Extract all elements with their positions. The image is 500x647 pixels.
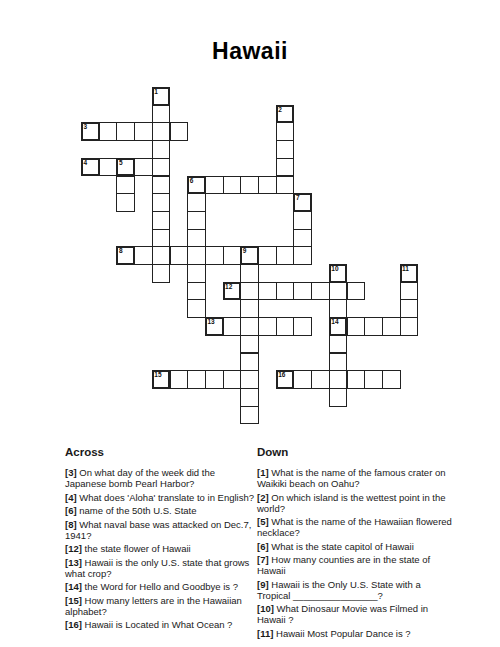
cell-r13c16[interactable]: [364, 317, 383, 336]
cell-r2c4[interactable]: [152, 122, 171, 141]
cell-r16c15[interactable]: [347, 370, 366, 389]
cell-r14c9[interactable]: [240, 335, 259, 354]
cell-r10c14[interactable]: 10: [329, 264, 348, 283]
clue-number: [16]: [65, 619, 82, 630]
cell-r9c12[interactable]: [293, 246, 312, 265]
cell-r15c14[interactable]: [329, 353, 348, 372]
cell-r7c4[interactable]: [152, 211, 171, 230]
cell-r13c10[interactable]: [258, 317, 277, 336]
puzzle-title: Hawaii: [0, 38, 500, 65]
cell-r17c14[interactable]: [329, 388, 348, 407]
cell-r12c9[interactable]: [240, 299, 259, 318]
cell-r16c6[interactable]: [187, 370, 206, 389]
clue-number: [1]: [257, 467, 269, 478]
clue-across-8: [8] What naval base was attacked on Dec.…: [65, 519, 255, 541]
cell-number-2: 2: [278, 106, 282, 114]
cell-r9c4[interactable]: [152, 246, 171, 265]
cell-r12c18[interactable]: [400, 299, 419, 318]
clue-across-15: [15] How many letters are in the Hawaiia…: [65, 595, 255, 617]
down-clue-list: [1] What is the name of the famous crate…: [257, 467, 453, 639]
cell-r2c3[interactable]: [134, 122, 153, 141]
cell-r3c11[interactable]: [276, 140, 295, 159]
cell-r11c15[interactable]: [347, 282, 366, 301]
cell-r9c2[interactable]: 8: [116, 246, 135, 265]
crossword-grid: 12345678910111213141516: [81, 87, 419, 425]
cell-number-16: 16: [278, 371, 285, 379]
clue-number: [9]: [257, 579, 269, 590]
cell-r18c9[interactable]: [240, 406, 259, 425]
cell-number-5: 5: [119, 159, 123, 167]
cell-r5c2[interactable]: [116, 176, 135, 195]
cell-r2c2[interactable]: [116, 122, 135, 141]
cell-r13c7[interactable]: 13: [205, 317, 224, 336]
cell-r16c11[interactable]: 16: [276, 370, 295, 389]
cell-r13c11[interactable]: [276, 317, 295, 336]
cell-number-13: 13: [207, 318, 214, 326]
clue-across-3: [3] On what day of the week did the Japa…: [65, 467, 255, 489]
cell-number-7: 7: [296, 194, 300, 202]
cell-r13c12[interactable]: [293, 317, 312, 336]
cell-r1c11[interactable]: 2: [276, 105, 295, 124]
across-clue-list: [3] On what day of the week did the Japa…: [65, 467, 255, 630]
clue-number: [14]: [65, 581, 82, 592]
clue-number: [5]: [257, 516, 269, 527]
cell-r16c16[interactable]: [364, 370, 383, 389]
down-header: Down: [257, 446, 453, 458]
cell-r1c4[interactable]: [152, 105, 171, 124]
clue-across-13: [13] Hawaii is the only U.S. state that …: [65, 557, 255, 579]
cell-r3c4[interactable]: [152, 140, 171, 159]
cell-r5c8[interactable]: [223, 176, 242, 195]
cell-r10c6[interactable]: [187, 264, 206, 283]
cell-r11c9[interactable]: [240, 282, 259, 301]
cell-r10c9[interactable]: [240, 264, 259, 283]
cell-r16c8[interactable]: [223, 370, 242, 389]
cell-r9c7[interactable]: [205, 246, 224, 265]
clue-number: [4]: [65, 492, 77, 503]
cell-r2c5[interactable]: [170, 122, 189, 141]
clue-number: [13]: [65, 557, 82, 568]
cell-r13c18[interactable]: [400, 317, 419, 336]
cell-r2c1[interactable]: [99, 122, 118, 141]
down-clue-column: Down [1] What is the name of the famous …: [257, 446, 453, 641]
cell-r9c11[interactable]: [276, 246, 295, 265]
cell-r2c0[interactable]: 3: [81, 122, 100, 141]
clue-down-6: [6] What is the state capitol of Hawaii: [257, 541, 453, 552]
clue-number: [8]: [65, 519, 77, 530]
cell-r7c12[interactable]: [293, 211, 312, 230]
cell-r16c12[interactable]: [293, 370, 312, 389]
cell-r11c14[interactable]: [329, 282, 348, 301]
cell-r13c17[interactable]: [382, 317, 401, 336]
cell-number-3: 3: [84, 123, 88, 131]
cell-number-6: 6: [190, 177, 194, 185]
clue-down-10: [10] What Dinosaur Movie was Filmed in H…: [257, 603, 453, 625]
cell-r4c4[interactable]: [152, 158, 171, 177]
cell-r15c9[interactable]: [240, 353, 259, 372]
cell-r9c5[interactable]: [170, 246, 189, 265]
cell-r9c8[interactable]: [223, 246, 242, 265]
clue-number: [7]: [257, 554, 269, 565]
cell-r16c13[interactable]: [311, 370, 330, 389]
cell-r11c13[interactable]: [311, 282, 330, 301]
cell-number-12: 12: [225, 283, 232, 291]
cell-r12c6[interactable]: [187, 299, 206, 318]
across-header: Across: [65, 446, 255, 458]
clue-down-7: [7] How many counties are in the state o…: [257, 554, 453, 576]
cell-r5c4[interactable]: [152, 176, 171, 195]
clue-across-12: [12] the state flower of Hawaii: [65, 543, 255, 554]
cell-number-14: 14: [331, 318, 338, 326]
cell-r13c8[interactable]: [223, 317, 242, 336]
cell-r5c10[interactable]: [258, 176, 277, 195]
cell-r17c9[interactable]: [240, 388, 259, 407]
cell-r9c6[interactable]: [187, 246, 206, 265]
cell-r16c7[interactable]: [205, 370, 224, 389]
cell-r8c12[interactable]: [293, 229, 312, 248]
clue-number: [6]: [65, 505, 77, 516]
cell-r8c4[interactable]: [152, 229, 171, 248]
cell-r5c6[interactable]: 6: [187, 176, 206, 195]
cell-r0c4[interactable]: 1: [152, 87, 171, 106]
clue-down-2: [2] On which island is the wettest point…: [257, 492, 453, 514]
clue-across-14: [14] the Word for Hello and Goodbye is ?: [65, 581, 255, 592]
cell-number-1: 1: [154, 88, 158, 96]
cell-r13c14[interactable]: 14: [329, 317, 348, 336]
clue-number: [11]: [257, 628, 273, 639]
cell-r14c14[interactable]: [329, 335, 348, 354]
cell-r12c14[interactable]: [329, 299, 348, 318]
clue-number: [12]: [65, 543, 82, 554]
clue-across-6: [6] name of the 50th U.S. State: [65, 505, 255, 516]
cell-r10c4[interactable]: [152, 264, 171, 283]
clue-number: [2]: [257, 492, 269, 503]
cell-r5c11[interactable]: [276, 176, 295, 195]
cell-r16c9[interactable]: [240, 370, 259, 389]
clue-number: [3]: [65, 467, 77, 478]
cell-r9c10[interactable]: [258, 246, 277, 265]
cell-r4c11[interactable]: [276, 158, 295, 177]
cell-r16c4[interactable]: 15: [152, 370, 171, 389]
cell-r13c15[interactable]: [347, 317, 366, 336]
cell-r13c9[interactable]: [240, 317, 259, 336]
cell-r6c4[interactable]: [152, 193, 171, 212]
cell-r2c11[interactable]: [276, 122, 295, 141]
cell-r9c9[interactable]: 9: [240, 246, 259, 265]
across-clue-column: Across [3] On what day of the week did t…: [65, 446, 255, 633]
cell-r4c3[interactable]: [134, 158, 153, 177]
clue-number: [15]: [65, 595, 82, 606]
cell-number-4: 4: [84, 159, 88, 167]
clue-down-1: [1] What is the name of the famous crate…: [257, 467, 453, 489]
clue-down-9: [9] Hawaii is the Only U.S. State with a…: [257, 579, 453, 601]
cell-r6c2[interactable]: [116, 193, 135, 212]
clue-number: [6]: [257, 541, 269, 552]
cell-r10c18[interactable]: 11: [400, 264, 419, 283]
clue-across-4: [4] What does 'Aloha' translate to in En…: [65, 492, 255, 503]
clue-across-16: [16] Hawaii is Located in What Ocean ?: [65, 619, 255, 630]
cell-number-11: 11: [402, 265, 409, 273]
cell-r11c12[interactable]: [293, 282, 312, 301]
cell-r6c12[interactable]: 7: [293, 193, 312, 212]
cell-r11c8[interactable]: 12: [223, 282, 242, 301]
cell-r6c6[interactable]: [187, 193, 206, 212]
cell-number-8: 8: [119, 247, 123, 255]
clue-down-5: [5] What is the name of the Hawaiian flo…: [257, 516, 453, 538]
cell-r9c3[interactable]: [134, 246, 153, 265]
clue-number: [10]: [257, 603, 274, 614]
cell-r5c7[interactable]: [205, 176, 224, 195]
cell-r16c5[interactable]: [170, 370, 189, 389]
cell-number-10: 10: [331, 265, 338, 273]
clue-down-11: [11] Hawaii Most Popular Dance is ?: [257, 628, 453, 639]
cell-r4c2[interactable]: 5: [116, 158, 135, 177]
cell-r11c6[interactable]: [187, 282, 206, 301]
cell-r11c11[interactable]: [276, 282, 295, 301]
cell-number-9: 9: [243, 247, 247, 255]
cell-r7c6[interactable]: [187, 211, 206, 230]
cell-r11c18[interactable]: [400, 282, 419, 301]
cell-r8c6[interactable]: [187, 229, 206, 248]
cell-r4c1[interactable]: [99, 158, 118, 177]
cell-r11c10[interactable]: [258, 282, 277, 301]
cell-number-15: 15: [154, 371, 161, 379]
cell-r16c17[interactable]: [382, 370, 401, 389]
cell-r16c14[interactable]: [329, 370, 348, 389]
cell-r5c9[interactable]: [240, 176, 259, 195]
cell-r4c0[interactable]: 4: [81, 158, 100, 177]
